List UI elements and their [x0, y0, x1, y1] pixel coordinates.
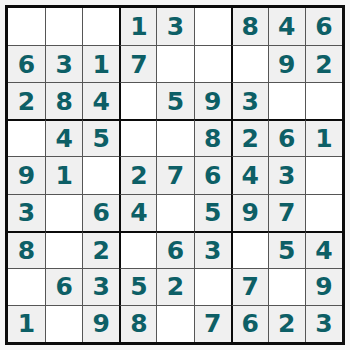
cell-r5c1: 9	[8, 156, 45, 193]
sudoku-board: 1384663179228459345826191276433645978263…	[5, 5, 345, 345]
cell-r3c9[interactable]	[305, 82, 342, 119]
cell-r7c8: 5	[268, 231, 305, 268]
cell-r5c4: 2	[119, 156, 156, 193]
cell-r6c5[interactable]	[156, 194, 193, 231]
cell-r3c3: 4	[82, 82, 119, 119]
cell-r6c2[interactable]	[45, 194, 82, 231]
cell-r7c3: 2	[82, 231, 119, 268]
cell-r4c2: 4	[45, 119, 82, 156]
cell-r9c5[interactable]	[156, 305, 193, 342]
cell-r4c1[interactable]	[8, 119, 45, 156]
cell-r4c9: 1	[305, 119, 342, 156]
cell-r2c8: 9	[268, 45, 305, 82]
cell-r1c8: 4	[268, 8, 305, 45]
cell-r2c7[interactable]	[231, 45, 268, 82]
cell-r6c7: 9	[231, 194, 268, 231]
cell-r4c7: 2	[231, 119, 268, 156]
cell-r8c7: 7	[231, 268, 268, 305]
cell-r6c8: 7	[268, 194, 305, 231]
cell-r4c4[interactable]	[119, 119, 156, 156]
cell-r1c5: 3	[156, 8, 193, 45]
cell-r3c6: 9	[194, 82, 231, 119]
cell-r3c5: 5	[156, 82, 193, 119]
cell-r5c8: 3	[268, 156, 305, 193]
cell-r4c8: 6	[268, 119, 305, 156]
cell-r1c9: 6	[305, 8, 342, 45]
cell-r2c4: 7	[119, 45, 156, 82]
cell-r7c5: 6	[156, 231, 193, 268]
cell-r8c5: 2	[156, 268, 193, 305]
cell-r1c3[interactable]	[82, 8, 119, 45]
cell-r9c7: 6	[231, 305, 268, 342]
cell-r7c1: 8	[8, 231, 45, 268]
cell-r7c9: 4	[305, 231, 342, 268]
cell-r9c4: 8	[119, 305, 156, 342]
cell-r8c6[interactable]	[194, 268, 231, 305]
cell-r8c9: 9	[305, 268, 342, 305]
cell-r2c6[interactable]	[194, 45, 231, 82]
cell-r5c6: 6	[194, 156, 231, 193]
cell-r8c8[interactable]	[268, 268, 305, 305]
cell-r3c8[interactable]	[268, 82, 305, 119]
cell-r2c9: 2	[305, 45, 342, 82]
cell-r6c9[interactable]	[305, 194, 342, 231]
cell-r5c9[interactable]	[305, 156, 342, 193]
cell-r2c3: 1	[82, 45, 119, 82]
cell-r5c3[interactable]	[82, 156, 119, 193]
cell-r5c5: 7	[156, 156, 193, 193]
cell-r7c6: 3	[194, 231, 231, 268]
cell-r3c1: 2	[8, 82, 45, 119]
cell-r8c4: 5	[119, 268, 156, 305]
cell-r1c7: 8	[231, 8, 268, 45]
cell-r6c4: 4	[119, 194, 156, 231]
cell-r2c2: 3	[45, 45, 82, 82]
cell-r8c1[interactable]	[8, 268, 45, 305]
cell-r8c2: 6	[45, 268, 82, 305]
cell-r4c6: 8	[194, 119, 231, 156]
cell-r7c2[interactable]	[45, 231, 82, 268]
cell-r9c2[interactable]	[45, 305, 82, 342]
cell-r7c4[interactable]	[119, 231, 156, 268]
cell-r3c4[interactable]	[119, 82, 156, 119]
cell-r4c3: 5	[82, 119, 119, 156]
cell-r6c6: 5	[194, 194, 231, 231]
cell-r9c9: 3	[305, 305, 342, 342]
cell-r5c7: 4	[231, 156, 268, 193]
cell-r6c1: 3	[8, 194, 45, 231]
cell-r1c2[interactable]	[45, 8, 82, 45]
cell-r9c8: 2	[268, 305, 305, 342]
cell-r9c6: 7	[194, 305, 231, 342]
cell-r7c7[interactable]	[231, 231, 268, 268]
cell-r1c4: 1	[119, 8, 156, 45]
cell-r9c1: 1	[8, 305, 45, 342]
cell-r2c1: 6	[8, 45, 45, 82]
cell-r3c7: 3	[231, 82, 268, 119]
cell-r4c5[interactable]	[156, 119, 193, 156]
cell-r1c1[interactable]	[8, 8, 45, 45]
cell-r1c6[interactable]	[194, 8, 231, 45]
cell-r8c3: 3	[82, 268, 119, 305]
cell-r3c2: 8	[45, 82, 82, 119]
cell-r9c3: 9	[82, 305, 119, 342]
cell-r5c2: 1	[45, 156, 82, 193]
cell-r6c3: 6	[82, 194, 119, 231]
cell-r2c5[interactable]	[156, 45, 193, 82]
